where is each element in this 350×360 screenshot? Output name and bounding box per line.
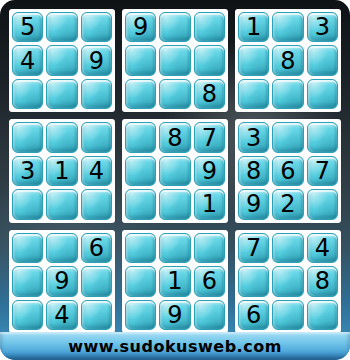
cell-r9c6[interactable] xyxy=(194,300,225,330)
cell-r3c2[interactable] xyxy=(46,79,77,109)
cell-r3c4[interactable] xyxy=(125,79,156,109)
cell-r6c7[interactable]: 9 xyxy=(238,189,269,219)
cell-r7c7[interactable]: 7 xyxy=(238,233,269,263)
cell-r1c2[interactable] xyxy=(46,12,77,42)
cell-r9c8[interactable] xyxy=(272,300,303,330)
cell-r2c6[interactable] xyxy=(194,45,225,75)
cell-r4c5[interactable]: 8 xyxy=(159,122,190,152)
cell-r4c9[interactable] xyxy=(307,122,338,152)
cell-r4c4[interactable] xyxy=(125,122,156,152)
block-2-1: 314 xyxy=(9,119,115,222)
sudoku-grid: 5499813831487913867926941697486 xyxy=(9,9,341,333)
cell-r1c8[interactable] xyxy=(272,12,303,42)
cell-r4c7[interactable]: 3 xyxy=(238,122,269,152)
cell-r5c3[interactable]: 4 xyxy=(81,156,112,186)
cell-r1c4[interactable]: 9 xyxy=(125,12,156,42)
cell-r2c7[interactable] xyxy=(238,45,269,75)
cell-r8c1[interactable] xyxy=(12,266,43,296)
cell-r7c8[interactable] xyxy=(272,233,303,263)
cell-r2c8[interactable]: 8 xyxy=(272,45,303,75)
cell-r7c2[interactable] xyxy=(46,233,77,263)
sudoku-board: 5499813831487913867926941697486 www.sudo… xyxy=(0,0,350,360)
cell-r7c6[interactable] xyxy=(194,233,225,263)
cell-r6c5[interactable] xyxy=(159,189,190,219)
cell-r6c8[interactable]: 2 xyxy=(272,189,303,219)
cell-r3c5[interactable] xyxy=(159,79,190,109)
cell-r8c2[interactable]: 9 xyxy=(46,266,77,296)
cell-r1c3[interactable] xyxy=(81,12,112,42)
block-2-3: 386792 xyxy=(235,119,341,222)
block-1-3: 138 xyxy=(235,9,341,112)
cell-r2c9[interactable] xyxy=(307,45,338,75)
cell-r1c7[interactable]: 1 xyxy=(238,12,269,42)
cell-r6c9[interactable] xyxy=(307,189,338,219)
cell-r2c5[interactable] xyxy=(159,45,190,75)
cell-r5c4[interactable] xyxy=(125,156,156,186)
cell-r6c6[interactable]: 1 xyxy=(194,189,225,219)
block-3-2: 169 xyxy=(122,230,228,333)
cell-r2c1[interactable]: 4 xyxy=(12,45,43,75)
cell-r8c5[interactable]: 1 xyxy=(159,266,190,296)
cell-r6c3[interactable] xyxy=(81,189,112,219)
cell-r5c6[interactable]: 9 xyxy=(194,156,225,186)
cell-r8c9[interactable]: 8 xyxy=(307,266,338,296)
block-3-1: 694 xyxy=(9,230,115,333)
cell-r4c3[interactable] xyxy=(81,122,112,152)
cell-r7c1[interactable] xyxy=(12,233,43,263)
cell-r2c3[interactable]: 9 xyxy=(81,45,112,75)
cell-r9c9[interactable] xyxy=(307,300,338,330)
block-2-2: 8791 xyxy=(122,119,228,222)
cell-r6c4[interactable] xyxy=(125,189,156,219)
cell-r1c9[interactable]: 3 xyxy=(307,12,338,42)
footer-bar: www.sudokusweb.com xyxy=(0,332,350,360)
cell-r4c1[interactable] xyxy=(12,122,43,152)
website-url[interactable]: www.sudokusweb.com xyxy=(68,337,282,356)
cell-r9c4[interactable] xyxy=(125,300,156,330)
cell-r1c1[interactable]: 5 xyxy=(12,12,43,42)
cell-r8c4[interactable] xyxy=(125,266,156,296)
cell-r9c3[interactable] xyxy=(81,300,112,330)
cell-r3c6[interactable]: 8 xyxy=(194,79,225,109)
cell-r5c5[interactable] xyxy=(159,156,190,186)
cell-r8c3[interactable] xyxy=(81,266,112,296)
cell-r5c8[interactable]: 6 xyxy=(272,156,303,186)
cell-r9c1[interactable] xyxy=(12,300,43,330)
block-3-3: 7486 xyxy=(235,230,341,333)
cell-r7c3[interactable]: 6 xyxy=(81,233,112,263)
cell-r3c9[interactable] xyxy=(307,79,338,109)
cell-r2c4[interactable] xyxy=(125,45,156,75)
cell-r2c2[interactable] xyxy=(46,45,77,75)
block-1-2: 98 xyxy=(122,9,228,112)
cell-r6c2[interactable] xyxy=(46,189,77,219)
cell-r8c7[interactable] xyxy=(238,266,269,296)
cell-r3c3[interactable] xyxy=(81,79,112,109)
cell-r8c8[interactable] xyxy=(272,266,303,296)
cell-r5c2[interactable]: 1 xyxy=(46,156,77,186)
cell-r4c6[interactable]: 7 xyxy=(194,122,225,152)
cell-r7c5[interactable] xyxy=(159,233,190,263)
cell-r9c2[interactable]: 4 xyxy=(46,300,77,330)
cell-r4c2[interactable] xyxy=(46,122,77,152)
cell-r3c7[interactable] xyxy=(238,79,269,109)
cell-r9c7[interactable]: 6 xyxy=(238,300,269,330)
cell-r5c1[interactable]: 3 xyxy=(12,156,43,186)
cell-r6c1[interactable] xyxy=(12,189,43,219)
cell-r4c8[interactable] xyxy=(272,122,303,152)
cell-r1c6[interactable] xyxy=(194,12,225,42)
cell-r7c4[interactable] xyxy=(125,233,156,263)
cell-r5c9[interactable]: 7 xyxy=(307,156,338,186)
cell-r3c1[interactable] xyxy=(12,79,43,109)
block-1-1: 549 xyxy=(9,9,115,112)
cell-r9c5[interactable]: 9 xyxy=(159,300,190,330)
cell-r7c9[interactable]: 4 xyxy=(307,233,338,263)
cell-r3c8[interactable] xyxy=(272,79,303,109)
cell-r5c7[interactable]: 8 xyxy=(238,156,269,186)
cell-r8c6[interactable]: 6 xyxy=(194,266,225,296)
cell-r1c5[interactable] xyxy=(159,12,190,42)
